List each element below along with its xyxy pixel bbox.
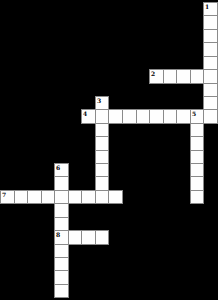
crossword-cell-r21c4[interactable] (54, 284, 69, 298)
crossword-cell-r0c15[interactable]: 1 (203, 2, 218, 16)
crossword-cell-r5c11[interactable]: 2 (149, 69, 164, 84)
crossword-cell-r18c4[interactable] (54, 244, 69, 258)
crossword-cell-r14c3[interactable] (41, 190, 55, 204)
crossword-cell-r10c14[interactable] (190, 136, 204, 151)
crossword-cell-r8c14[interactable]: 5 (190, 109, 204, 124)
crossword-cell-r8c7[interactable] (95, 109, 109, 124)
crossword-cell-r7c15[interactable] (203, 96, 218, 110)
crossword-cell-r8c8[interactable] (108, 109, 123, 124)
clue-number-1: 1 (205, 3, 209, 10)
clue-number-2: 2 (151, 70, 155, 77)
crossword-board: 12345678 (0, 0, 218, 300)
crossword-cell-r6c15[interactable] (203, 83, 218, 97)
crossword-cell-r8c11[interactable] (149, 109, 164, 124)
crossword-cell-r5c15[interactable] (203, 69, 218, 84)
crossword-cell-r5c12[interactable] (163, 69, 177, 84)
crossword-cell-r14c6[interactable] (81, 190, 96, 204)
crossword-cell-r13c7[interactable] (95, 176, 109, 191)
crossword-cell-r14c2[interactable] (27, 190, 42, 204)
crossword-cell-r11c14[interactable] (190, 150, 204, 164)
crossword-cell-r19c4[interactable] (54, 257, 69, 271)
crossword-cell-r14c1[interactable] (14, 190, 28, 204)
crossword-screenshot: 12345678 (0, 0, 218, 300)
crossword-cell-r9c14[interactable] (190, 123, 204, 137)
crossword-cell-r8c12[interactable] (163, 109, 177, 124)
crossword-cell-r13c4[interactable] (54, 176, 69, 191)
crossword-cell-r17c4[interactable]: 8 (54, 230, 69, 245)
crossword-cell-r12c14[interactable] (190, 163, 204, 177)
clue-number-6: 6 (56, 164, 60, 171)
crossword-cell-r2c15[interactable] (203, 29, 218, 43)
crossword-cell-r7c7[interactable]: 3 (95, 96, 109, 110)
clue-number-7: 7 (2, 191, 6, 198)
crossword-cell-r1c15[interactable] (203, 15, 218, 30)
clue-number-8: 8 (56, 231, 60, 238)
crossword-cell-r11c7[interactable] (95, 150, 109, 164)
crossword-cell-r14c4[interactable] (54, 190, 69, 204)
crossword-cell-r8c13[interactable] (176, 109, 191, 124)
crossword-cell-r15c4[interactable] (54, 203, 69, 218)
crossword-cell-r14c0[interactable]: 7 (0, 190, 15, 204)
crossword-cell-r9c7[interactable] (95, 123, 109, 137)
clue-number-4: 4 (83, 110, 87, 117)
crossword-cell-r14c5[interactable] (68, 190, 82, 204)
crossword-cell-r13c14[interactable] (190, 176, 204, 191)
crossword-cell-r16c4[interactable] (54, 217, 69, 231)
crossword-cell-r17c6[interactable] (81, 230, 96, 245)
crossword-cell-r14c14[interactable] (190, 190, 204, 204)
clue-number-5: 5 (192, 110, 196, 117)
crossword-cell-r12c7[interactable] (95, 163, 109, 177)
crossword-cell-r14c8[interactable] (108, 190, 123, 204)
crossword-cell-r17c5[interactable] (68, 230, 82, 245)
crossword-cell-r8c6[interactable]: 4 (81, 109, 96, 124)
crossword-cell-r8c10[interactable] (136, 109, 150, 124)
crossword-cell-r5c13[interactable] (176, 69, 191, 84)
crossword-cell-r5c14[interactable] (190, 69, 204, 84)
crossword-cell-r8c15[interactable] (203, 109, 218, 124)
crossword-cell-r20c4[interactable] (54, 270, 69, 285)
crossword-cell-r4c15[interactable] (203, 56, 218, 70)
crossword-cell-r3c15[interactable] (203, 42, 218, 57)
crossword-cell-r8c9[interactable] (122, 109, 137, 124)
clue-number-3: 3 (97, 97, 101, 104)
crossword-cell-r10c7[interactable] (95, 136, 109, 151)
crossword-cell-r17c7[interactable] (95, 230, 109, 245)
crossword-cell-r14c7[interactable] (95, 190, 109, 204)
crossword-cell-r12c4[interactable]: 6 (54, 163, 69, 177)
